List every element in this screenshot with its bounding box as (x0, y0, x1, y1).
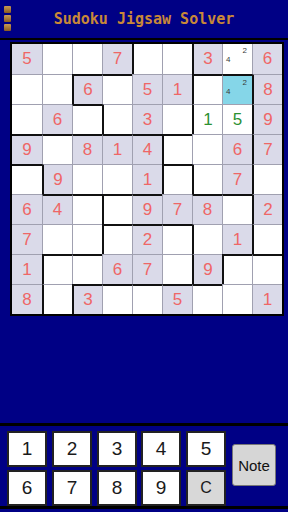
given-digit: 1 (263, 290, 272, 310)
keypad-panel: Note 123456789C (0, 423, 288, 509)
given-digit: 7 (22, 230, 31, 250)
given-digit: 1 (233, 230, 242, 250)
key-4[interactable]: 4 (141, 431, 181, 467)
cell-r3c9[interactable]: 9 (252, 104, 282, 134)
given-digit: 7 (173, 200, 182, 220)
cell-r3c4[interactable] (102, 104, 132, 134)
given-digit: 9 (143, 200, 152, 220)
cell-r5c9[interactable] (252, 164, 282, 194)
cell-r8c5[interactable]: 7 (132, 254, 162, 284)
given-digit: 8 (263, 80, 272, 100)
cell-r3c6[interactable] (162, 104, 192, 134)
cell-r7c8[interactable]: 1 (222, 224, 252, 254)
cell-r1c1[interactable]: 5 (12, 44, 42, 74)
cell-r8c3[interactable] (72, 254, 102, 284)
given-digit: 6 (233, 140, 242, 160)
cell-r5c7[interactable] (192, 164, 222, 194)
given-digit: 6 (263, 49, 272, 69)
given-digit: 7 (113, 49, 122, 69)
given-digit: 6 (53, 110, 62, 130)
user-digit: 5 (233, 110, 242, 130)
cell-r1c3[interactable] (72, 44, 102, 74)
key-5[interactable]: 5 (186, 431, 226, 467)
cell-r2c6[interactable]: 1 (162, 74, 192, 104)
given-digit: 7 (143, 260, 152, 280)
given-digit: 7 (233, 170, 242, 190)
cell-r1c6[interactable] (162, 44, 192, 74)
cell-r5c4[interactable] (102, 164, 132, 194)
given-digit: 9 (263, 110, 272, 130)
cell-r4c3[interactable]: 8 (72, 134, 102, 164)
cell-r5c8[interactable]: 7 (222, 164, 252, 194)
cell-r9c1[interactable]: 8 (12, 284, 42, 314)
note-button[interactable]: Note (232, 444, 276, 486)
given-digit: 2 (143, 230, 152, 250)
user-digit: 1 (203, 110, 212, 130)
given-digit: 8 (203, 200, 212, 220)
cell-r8c9[interactable] (252, 254, 282, 284)
cell-r2c5[interactable]: 5 (132, 74, 162, 104)
cell-r5c6[interactable] (162, 164, 192, 194)
cell-r8c2[interactable] (42, 254, 72, 284)
cell-r7c7[interactable] (192, 224, 222, 254)
cell-r4c2[interactable] (42, 134, 72, 164)
sudoku-board[interactable]: 5732466512486315998146791764978272116798… (10, 42, 284, 316)
cell-r8c6[interactable] (162, 254, 192, 284)
cell-r5c3[interactable] (72, 164, 102, 194)
cell-r4c6[interactable] (162, 134, 192, 164)
app-title: Sudoku Jigsaw Solver (0, 0, 288, 38)
given-digit: 8 (83, 140, 92, 160)
cell-r7c1[interactable]: 7 (12, 224, 42, 254)
cell-r9c4[interactable] (102, 284, 132, 314)
key-9[interactable]: 9 (141, 470, 181, 506)
cell-r9c6[interactable]: 5 (162, 284, 192, 314)
given-digit: 6 (113, 260, 122, 280)
cell-r7c4[interactable] (102, 224, 132, 254)
given-digit: 8 (22, 290, 31, 310)
given-digit: 7 (263, 140, 272, 160)
cell-r6c6[interactable]: 7 (162, 194, 192, 224)
key-7[interactable]: 7 (52, 470, 92, 506)
cell-r2c1[interactable] (12, 74, 42, 104)
cell-r4c7[interactable] (192, 134, 222, 164)
candidate-note: 2 (243, 47, 247, 55)
cell-r9c2[interactable] (42, 284, 72, 314)
cell-r3c8[interactable]: 5 (222, 104, 252, 134)
cell-r2c9[interactable]: 8 (252, 74, 282, 104)
cell-r7c6[interactable] (162, 224, 192, 254)
given-digit: 3 (143, 110, 152, 130)
cell-r4c9[interactable]: 7 (252, 134, 282, 164)
given-digit: 9 (22, 140, 31, 160)
given-digit: 5 (143, 80, 152, 100)
cell-r2c2[interactable] (42, 74, 72, 104)
cell-r8c1[interactable]: 1 (12, 254, 42, 284)
cell-r2c4[interactable] (102, 74, 132, 104)
cell-r5c5[interactable]: 1 (132, 164, 162, 194)
cell-r3c2[interactable]: 6 (42, 104, 72, 134)
cell-r1c5[interactable] (132, 44, 162, 74)
cell-r4c5[interactable]: 4 (132, 134, 162, 164)
cell-r7c3[interactable] (72, 224, 102, 254)
candidate-note: 4 (226, 88, 230, 96)
cell-r9c5[interactable] (132, 284, 162, 314)
cell-r8c7[interactable]: 9 (192, 254, 222, 284)
cell-r5c2[interactable]: 9 (42, 164, 72, 194)
given-digit: 2 (263, 200, 272, 220)
given-digit: 4 (53, 200, 62, 220)
given-digit: 3 (83, 290, 92, 310)
cell-r1c9[interactable]: 6 (252, 44, 282, 74)
given-digit: 6 (83, 80, 92, 100)
cell-r6c8[interactable] (222, 194, 252, 224)
key-clear[interactable]: C (186, 470, 226, 506)
cell-r8c4[interactable]: 6 (102, 254, 132, 284)
cell-r3c1[interactable] (12, 104, 42, 134)
cell-r6c3[interactable] (72, 194, 102, 224)
key-3[interactable]: 3 (97, 431, 137, 467)
cell-r3c5[interactable]: 3 (132, 104, 162, 134)
cell-r6c2[interactable]: 4 (42, 194, 72, 224)
cell-r4c1[interactable]: 9 (12, 134, 42, 164)
given-digit: 5 (22, 49, 31, 69)
key-8[interactable]: 8 (97, 470, 137, 506)
given-digit: 1 (173, 80, 182, 100)
given-digit: 3 (203, 49, 212, 69)
cell-r6c9[interactable]: 2 (252, 194, 282, 224)
cell-r1c7[interactable]: 3 (192, 44, 222, 74)
cell-r7c2[interactable] (42, 224, 72, 254)
given-digit: 9 (203, 260, 212, 280)
cell-r2c8[interactable]: 24 (222, 74, 252, 104)
given-digit: 1 (143, 170, 152, 190)
key-6[interactable]: 6 (7, 470, 47, 506)
cell-r4c4[interactable]: 1 (102, 134, 132, 164)
cell-r7c5[interactable]: 2 (132, 224, 162, 254)
key-2[interactable]: 2 (52, 431, 92, 467)
cell-r1c2[interactable] (42, 44, 72, 74)
cell-r3c7[interactable]: 1 (192, 104, 222, 134)
cell-r6c5[interactable]: 9 (132, 194, 162, 224)
cell-r2c3[interactable]: 6 (72, 74, 102, 104)
given-digit: 9 (53, 170, 62, 190)
cell-r8c8[interactable] (222, 254, 252, 284)
given-digit: 1 (113, 140, 122, 160)
cell-r9c3[interactable]: 3 (72, 284, 102, 314)
cell-r5c1[interactable] (12, 164, 42, 194)
cell-r9c9[interactable]: 1 (252, 284, 282, 314)
candidate-note: 4 (226, 56, 230, 64)
candidate-note: 2 (243, 79, 247, 87)
cell-r4c8[interactable]: 6 (222, 134, 252, 164)
cell-r9c8[interactable] (222, 284, 252, 314)
given-digit: 5 (173, 290, 182, 310)
given-digit: 4 (143, 140, 152, 160)
given-digit: 1 (22, 260, 31, 280)
cell-r7c9[interactable] (252, 224, 282, 254)
cell-r6c7[interactable]: 8 (192, 194, 222, 224)
cell-r9c7[interactable] (192, 284, 222, 314)
title-bar: Sudoku Jigsaw Solver (0, 0, 288, 40)
cell-r2c7[interactable] (192, 74, 222, 104)
cell-r1c4[interactable]: 7 (102, 44, 132, 74)
key-1[interactable]: 1 (7, 431, 47, 467)
cell-r1c8[interactable]: 24 (222, 44, 252, 74)
given-digit: 6 (22, 200, 31, 220)
cell-r6c1[interactable]: 6 (12, 194, 42, 224)
cell-r3c3[interactable] (72, 104, 102, 134)
cell-r6c4[interactable] (102, 194, 132, 224)
